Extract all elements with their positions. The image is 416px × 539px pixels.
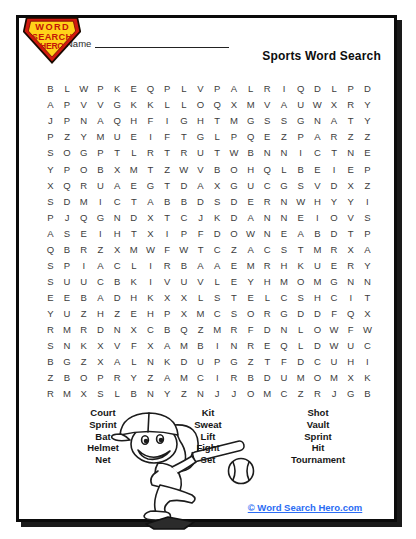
- grid-cell[interactable]: B: [159, 193, 176, 209]
- grid-cell[interactable]: Q: [75, 209, 92, 225]
- grid-cell[interactable]: Z: [359, 129, 376, 145]
- grid-cell[interactable]: L: [176, 97, 193, 113]
- grid-cell[interactable]: Z: [92, 241, 109, 257]
- grid-cell[interactable]: M: [242, 97, 259, 113]
- grid-cell[interactable]: G: [242, 113, 259, 129]
- grid-cell[interactable]: H: [309, 290, 326, 306]
- grid-cell[interactable]: O: [309, 370, 326, 386]
- grid-cell[interactable]: I: [75, 258, 92, 274]
- grid-cell[interactable]: C: [192, 370, 209, 386]
- grid-cell[interactable]: I: [342, 290, 359, 306]
- grid-cell[interactable]: O: [242, 306, 259, 322]
- grid-cell[interactable]: D: [292, 354, 309, 370]
- grid-cell[interactable]: K: [159, 354, 176, 370]
- grid-cell[interactable]: O: [226, 161, 243, 177]
- grid-cell[interactable]: A: [292, 225, 309, 241]
- grid-cell[interactable]: X: [42, 177, 59, 193]
- grid-cell[interactable]: B: [359, 386, 376, 402]
- grid-cell[interactable]: L: [176, 81, 193, 97]
- grid-cell[interactable]: D: [59, 193, 76, 209]
- grid-cell[interactable]: A: [159, 338, 176, 354]
- grid-cell[interactable]: C: [309, 145, 326, 161]
- grid-cell[interactable]: X: [109, 241, 126, 257]
- grid-cell[interactable]: D: [192, 193, 209, 209]
- grid-cell[interactable]: A: [209, 258, 226, 274]
- grid-cell[interactable]: T: [159, 145, 176, 161]
- grid-cell[interactable]: P: [42, 209, 59, 225]
- grid-cell[interactable]: U: [59, 274, 76, 290]
- grid-cell[interactable]: U: [342, 338, 359, 354]
- grid-cell[interactable]: W: [326, 322, 343, 338]
- grid-cell[interactable]: T: [226, 290, 243, 306]
- grid-cell[interactable]: G: [142, 177, 159, 193]
- grid-cell[interactable]: I: [142, 274, 159, 290]
- grid-cell[interactable]: Y: [359, 258, 376, 274]
- grid-cell[interactable]: F: [142, 113, 159, 129]
- grid-cell[interactable]: U: [92, 177, 109, 193]
- grid-cell[interactable]: N: [142, 386, 159, 402]
- grid-cell[interactable]: N: [109, 209, 126, 225]
- grid-cell[interactable]: C: [359, 338, 376, 354]
- grid-cell[interactable]: I: [309, 209, 326, 225]
- grid-cell[interactable]: U: [59, 306, 76, 322]
- grid-cell[interactable]: G: [176, 113, 193, 129]
- grid-cell[interactable]: N: [259, 145, 276, 161]
- grid-cell[interactable]: B: [292, 161, 309, 177]
- grid-cell[interactable]: H: [92, 306, 109, 322]
- grid-cell[interactable]: L: [259, 290, 276, 306]
- grid-cell[interactable]: A: [159, 370, 176, 386]
- grid-cell[interactable]: N: [342, 274, 359, 290]
- grid-cell[interactable]: A: [309, 129, 326, 145]
- grid-cell[interactable]: G: [75, 145, 92, 161]
- grid-cell[interactable]: O: [226, 225, 243, 241]
- grid-cell[interactable]: R: [75, 322, 92, 338]
- grid-cell[interactable]: J: [226, 386, 243, 402]
- grid-cell[interactable]: U: [192, 145, 209, 161]
- grid-cell[interactable]: X: [176, 290, 193, 306]
- grid-cell[interactable]: N: [75, 113, 92, 129]
- grid-cell[interactable]: I: [142, 129, 159, 145]
- grid-cell[interactable]: Q: [142, 81, 159, 97]
- grid-cell[interactable]: L: [276, 161, 293, 177]
- grid-cell[interactable]: C: [109, 193, 126, 209]
- grid-cell[interactable]: E: [125, 306, 142, 322]
- grid-cell[interactable]: I: [292, 145, 309, 161]
- grid-cell[interactable]: M: [92, 129, 109, 145]
- grid-cell[interactable]: T: [326, 145, 343, 161]
- grid-cell[interactable]: L: [159, 97, 176, 113]
- grid-cell[interactable]: D: [125, 209, 142, 225]
- grid-cell[interactable]: N: [276, 145, 293, 161]
- grid-cell[interactable]: E: [242, 290, 259, 306]
- grid-cell[interactable]: U: [176, 274, 193, 290]
- grid-cell[interactable]: H: [109, 225, 126, 241]
- grid-cell[interactable]: R: [142, 145, 159, 161]
- grid-cell[interactable]: B: [42, 81, 59, 97]
- grid-cell[interactable]: Z: [142, 370, 159, 386]
- grid-cell[interactable]: T: [192, 241, 209, 257]
- grid-cell[interactable]: S: [292, 177, 309, 193]
- grid-cell[interactable]: D: [309, 338, 326, 354]
- grid-cell[interactable]: X: [176, 306, 193, 322]
- grid-cell[interactable]: F: [342, 322, 359, 338]
- grid-cell[interactable]: J: [59, 209, 76, 225]
- grid-cell[interactable]: X: [342, 177, 359, 193]
- grid-cell[interactable]: H: [142, 306, 159, 322]
- grid-cell[interactable]: R: [259, 193, 276, 209]
- grid-cell[interactable]: X: [342, 370, 359, 386]
- grid-cell[interactable]: D: [292, 306, 309, 322]
- grid-cell[interactable]: L: [242, 81, 259, 97]
- grid-cell[interactable]: C: [109, 258, 126, 274]
- grid-cell[interactable]: I: [209, 338, 226, 354]
- grid-cell[interactable]: P: [92, 370, 109, 386]
- grid-cell[interactable]: H: [192, 113, 209, 129]
- grid-cell[interactable]: B: [309, 225, 326, 241]
- grid-cell[interactable]: Z: [342, 129, 359, 145]
- grid-cell[interactable]: U: [326, 354, 343, 370]
- grid-cell[interactable]: I: [142, 258, 159, 274]
- grid-cell[interactable]: V: [309, 177, 326, 193]
- grid-cell[interactable]: U: [192, 354, 209, 370]
- grid-cell[interactable]: L: [59, 81, 76, 97]
- grid-cell[interactable]: B: [176, 258, 193, 274]
- grid-cell[interactable]: Y: [359, 113, 376, 129]
- grid-cell[interactable]: P: [59, 161, 76, 177]
- grid-cell[interactable]: H: [125, 290, 142, 306]
- grid-cell[interactable]: E: [125, 81, 142, 97]
- grid-cell[interactable]: N: [109, 322, 126, 338]
- grid-cell[interactable]: D: [226, 193, 243, 209]
- grid-cell[interactable]: P: [159, 81, 176, 97]
- grid-cell[interactable]: R: [259, 306, 276, 322]
- grid-cell[interactable]: W: [292, 193, 309, 209]
- grid-cell[interactable]: B: [192, 338, 209, 354]
- grid-cell[interactable]: U: [75, 274, 92, 290]
- grid-cell[interactable]: D: [259, 322, 276, 338]
- grid-cell[interactable]: M: [176, 370, 193, 386]
- grid-cell[interactable]: T: [209, 113, 226, 129]
- grid-cell[interactable]: X: [92, 354, 109, 370]
- grid-cell[interactable]: W: [309, 97, 326, 113]
- grid-cell[interactable]: T: [142, 161, 159, 177]
- grid-cell[interactable]: V: [75, 97, 92, 113]
- grid-cell[interactable]: R: [159, 258, 176, 274]
- grid-cell[interactable]: R: [75, 177, 92, 193]
- grid-cell[interactable]: M: [59, 386, 76, 402]
- grid-cell[interactable]: K: [75, 338, 92, 354]
- grid-cell[interactable]: V: [92, 97, 109, 113]
- grid-cell[interactable]: Z: [176, 386, 193, 402]
- grid-cell[interactable]: M: [192, 306, 209, 322]
- grid-cell[interactable]: R: [259, 81, 276, 97]
- grid-cell[interactable]: R: [242, 338, 259, 354]
- grid-cell[interactable]: W: [326, 338, 343, 354]
- grid-cell[interactable]: A: [192, 177, 209, 193]
- grid-cell[interactable]: T: [292, 241, 309, 257]
- grid-cell[interactable]: L: [109, 386, 126, 402]
- grid-cell[interactable]: N: [59, 338, 76, 354]
- grid-cell[interactable]: Z: [292, 386, 309, 402]
- grid-cell[interactable]: D: [209, 225, 226, 241]
- grid-cell[interactable]: V: [192, 81, 209, 97]
- grid-cell[interactable]: S: [59, 225, 76, 241]
- grid-cell[interactable]: Q: [276, 338, 293, 354]
- grid-cell[interactable]: Z: [242, 354, 259, 370]
- grid-cell[interactable]: R: [226, 370, 243, 386]
- grid-cell[interactable]: H: [342, 354, 359, 370]
- grid-cell[interactable]: L: [209, 274, 226, 290]
- grid-cell[interactable]: Z: [359, 177, 376, 193]
- grid-cell[interactable]: A: [226, 81, 243, 97]
- grid-cell[interactable]: Q: [109, 113, 126, 129]
- grid-cell[interactable]: P: [159, 306, 176, 322]
- grid-cell[interactable]: Z: [75, 354, 92, 370]
- grid-cell[interactable]: G: [59, 354, 76, 370]
- grid-cell[interactable]: X: [342, 241, 359, 257]
- grid-cell[interactable]: S: [359, 209, 376, 225]
- grid-cell[interactable]: T: [159, 177, 176, 193]
- grid-cell[interactable]: F: [125, 338, 142, 354]
- grid-cell[interactable]: L: [209, 129, 226, 145]
- grid-cell[interactable]: Z: [226, 241, 243, 257]
- grid-cell[interactable]: E: [226, 274, 243, 290]
- grid-cell[interactable]: P: [342, 81, 359, 97]
- grid-cell[interactable]: E: [242, 193, 259, 209]
- grid-cell[interactable]: D: [226, 209, 243, 225]
- grid-cell[interactable]: U: [109, 129, 126, 145]
- grid-cell[interactable]: S: [42, 338, 59, 354]
- grid-cell[interactable]: B: [42, 354, 59, 370]
- grid-cell[interactable]: W: [142, 241, 159, 257]
- grid-cell[interactable]: T: [109, 145, 126, 161]
- grid-cell[interactable]: N: [359, 274, 376, 290]
- grid-cell[interactable]: B: [75, 290, 92, 306]
- grid-cell[interactable]: X: [125, 322, 142, 338]
- grid-cell[interactable]: S: [276, 241, 293, 257]
- grid-cell[interactable]: S: [259, 113, 276, 129]
- grid-cell[interactable]: G: [109, 97, 126, 113]
- grid-cell[interactable]: Q: [292, 81, 309, 97]
- word-search-hero-link[interactable]: © Word Search Hero.com: [238, 502, 372, 513]
- grid-cell[interactable]: D: [176, 177, 193, 193]
- grid-cell[interactable]: Q: [259, 161, 276, 177]
- grid-cell[interactable]: N: [259, 209, 276, 225]
- grid-cell[interactable]: V: [342, 209, 359, 225]
- grid-cell[interactable]: T: [359, 290, 376, 306]
- grid-cell[interactable]: E: [259, 338, 276, 354]
- grid-cell[interactable]: S: [42, 274, 59, 290]
- grid-cell[interactable]: Q: [42, 241, 59, 257]
- grid-cell[interactable]: P: [92, 81, 109, 97]
- grid-cell[interactable]: Z: [159, 161, 176, 177]
- grid-cell[interactable]: N: [226, 338, 243, 354]
- grid-cell[interactable]: P: [359, 225, 376, 241]
- grid-cell[interactable]: T: [159, 209, 176, 225]
- grid-cell[interactable]: C: [142, 322, 159, 338]
- grid-cell[interactable]: M: [125, 241, 142, 257]
- grid-cell[interactable]: E: [42, 290, 59, 306]
- grid-cell[interactable]: Y: [359, 97, 376, 113]
- grid-cell[interactable]: G: [276, 177, 293, 193]
- grid-cell[interactable]: B: [59, 370, 76, 386]
- grid-cell[interactable]: N: [142, 354, 159, 370]
- grid-cell[interactable]: S: [292, 290, 309, 306]
- grid-cell[interactable]: Y: [242, 274, 259, 290]
- grid-cell[interactable]: M: [259, 386, 276, 402]
- grid-cell[interactable]: G: [92, 209, 109, 225]
- grid-cell[interactable]: N: [259, 225, 276, 241]
- grid-cell[interactable]: Z: [192, 322, 209, 338]
- grid-cell[interactable]: V: [192, 274, 209, 290]
- grid-cell[interactable]: G: [326, 274, 343, 290]
- grid-cell[interactable]: E: [59, 290, 76, 306]
- grid-cell[interactable]: X: [142, 209, 159, 225]
- grid-cell[interactable]: V: [109, 338, 126, 354]
- grid-cell[interactable]: U: [309, 258, 326, 274]
- grid-cell[interactable]: C: [326, 290, 343, 306]
- grid-cell[interactable]: M: [125, 161, 142, 177]
- grid-cell[interactable]: Z: [109, 306, 126, 322]
- grid-cell[interactable]: O: [59, 145, 76, 161]
- grid-cell[interactable]: T: [259, 354, 276, 370]
- grid-cell[interactable]: C: [276, 386, 293, 402]
- grid-cell[interactable]: N: [309, 113, 326, 129]
- grid-cell[interactable]: M: [59, 322, 76, 338]
- grid-cell[interactable]: R: [176, 145, 193, 161]
- grid-cell[interactable]: A: [192, 258, 209, 274]
- grid-cell[interactable]: G: [226, 177, 243, 193]
- grid-cell[interactable]: I: [359, 354, 376, 370]
- grid-cell[interactable]: E: [125, 129, 142, 145]
- grid-cell[interactable]: E: [309, 161, 326, 177]
- grid-cell[interactable]: E: [342, 161, 359, 177]
- grid-cell[interactable]: G: [342, 386, 359, 402]
- grid-cell[interactable]: K: [292, 258, 309, 274]
- grid-cell[interactable]: O: [242, 386, 259, 402]
- grid-cell[interactable]: M: [209, 322, 226, 338]
- grid-cell[interactable]: L: [125, 258, 142, 274]
- grid-cell[interactable]: D: [92, 322, 109, 338]
- grid-cell[interactable]: P: [92, 145, 109, 161]
- grid-cell[interactable]: D: [359, 81, 376, 97]
- grid-cell[interactable]: M: [75, 193, 92, 209]
- grid-cell[interactable]: N: [276, 209, 293, 225]
- grid-cell[interactable]: N: [276, 193, 293, 209]
- grid-cell[interactable]: U: [276, 370, 293, 386]
- grid-cell[interactable]: Q: [342, 306, 359, 322]
- grid-cell[interactable]: R: [342, 258, 359, 274]
- grid-cell[interactable]: A: [242, 209, 259, 225]
- grid-cell[interactable]: Z: [276, 129, 293, 145]
- grid-cell[interactable]: N: [276, 322, 293, 338]
- grid-cell[interactable]: K: [142, 97, 159, 113]
- grid-cell[interactable]: G: [276, 306, 293, 322]
- grid-cell[interactable]: A: [92, 290, 109, 306]
- grid-cell[interactable]: K: [142, 290, 159, 306]
- grid-cell[interactable]: B: [242, 145, 259, 161]
- grid-cell[interactable]: E: [359, 145, 376, 161]
- grid-cell[interactable]: K: [359, 370, 376, 386]
- grid-cell[interactable]: L: [326, 81, 343, 97]
- grid-cell[interactable]: I: [359, 193, 376, 209]
- grid-cell[interactable]: X: [142, 338, 159, 354]
- grid-cell[interactable]: C: [309, 354, 326, 370]
- grid-cell[interactable]: P: [209, 354, 226, 370]
- grid-cell[interactable]: P: [59, 113, 76, 129]
- grid-cell[interactable]: Y: [125, 370, 142, 386]
- grid-cell[interactable]: Q: [209, 97, 226, 113]
- grid-cell[interactable]: E: [292, 209, 309, 225]
- grid-cell[interactable]: Y: [159, 386, 176, 402]
- grid-cell[interactable]: I: [92, 193, 109, 209]
- grid-cell[interactable]: L: [292, 338, 309, 354]
- grid-cell[interactable]: N: [342, 145, 359, 161]
- grid-cell[interactable]: B: [92, 161, 109, 177]
- grid-cell[interactable]: A: [276, 97, 293, 113]
- grid-cell[interactable]: P: [209, 81, 226, 97]
- grid-cell[interactable]: B: [159, 322, 176, 338]
- grid-cell[interactable]: D: [259, 370, 276, 386]
- grid-cell[interactable]: P: [226, 129, 243, 145]
- grid-cell[interactable]: H: [276, 258, 293, 274]
- grid-cell[interactable]: T: [125, 193, 142, 209]
- grid-cell[interactable]: D: [326, 225, 343, 241]
- grid-cell[interactable]: O: [309, 322, 326, 338]
- grid-cell[interactable]: R: [42, 386, 59, 402]
- grid-cell[interactable]: O: [192, 97, 209, 113]
- grid-cell[interactable]: K: [109, 81, 126, 97]
- grid-cell[interactable]: E: [326, 258, 343, 274]
- grid-cell[interactable]: B: [59, 241, 76, 257]
- grid-cell[interactable]: X: [75, 386, 92, 402]
- grid-cell[interactable]: H: [242, 161, 259, 177]
- grid-cell[interactable]: N: [192, 386, 209, 402]
- grid-cell[interactable]: A: [242, 241, 259, 257]
- grid-cell[interactable]: L: [192, 290, 209, 306]
- grid-cell[interactable]: M: [309, 274, 326, 290]
- grid-cell[interactable]: P: [359, 161, 376, 177]
- grid-cell[interactable]: X: [92, 338, 109, 354]
- grid-cell[interactable]: T: [176, 129, 193, 145]
- grid-cell[interactable]: F: [192, 225, 209, 241]
- grid-cell[interactable]: S: [276, 113, 293, 129]
- grid-cell[interactable]: G: [226, 354, 243, 370]
- grid-cell[interactable]: R: [75, 241, 92, 257]
- grid-cell[interactable]: A: [42, 97, 59, 113]
- grid-cell[interactable]: I: [209, 370, 226, 386]
- grid-cell[interactable]: M: [242, 258, 259, 274]
- grid-cell[interactable]: S: [42, 258, 59, 274]
- grid-cell[interactable]: B: [125, 386, 142, 402]
- grid-cell[interactable]: X: [226, 97, 243, 113]
- grid-cell[interactable]: X: [359, 306, 376, 322]
- grid-cell[interactable]: W: [176, 241, 193, 257]
- grid-cell[interactable]: C: [92, 274, 109, 290]
- grid-cell[interactable]: U: [242, 177, 259, 193]
- grid-cell[interactable]: I: [159, 225, 176, 241]
- grid-cell[interactable]: F: [276, 354, 293, 370]
- grid-cell[interactable]: Z: [42, 370, 59, 386]
- grid-cell[interactable]: J: [209, 386, 226, 402]
- grid-cell[interactable]: C: [276, 290, 293, 306]
- grid-cell[interactable]: J: [326, 386, 343, 402]
- grid-cell[interactable]: S: [42, 193, 59, 209]
- grid-cell[interactable]: W: [226, 145, 243, 161]
- grid-cell[interactable]: A: [92, 258, 109, 274]
- grid-cell[interactable]: R: [109, 370, 126, 386]
